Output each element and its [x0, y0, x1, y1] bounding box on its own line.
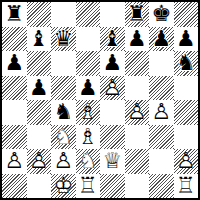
piece-black-knight-h6[interactable]: ♞	[174, 51, 199, 76]
piece-outline-glyph: ♘	[51, 125, 76, 150]
piece-solid-glyph: ♜	[2, 2, 27, 27]
square-h6[interactable]: ♞	[174, 51, 199, 76]
piece-solid-glyph: ♟	[27, 76, 52, 101]
piece-black-king-g8[interactable]: ♚	[149, 2, 174, 27]
square-e7[interactable]: ♝	[100, 27, 125, 52]
piece-solid-glyph: ♛	[51, 27, 76, 52]
square-f6[interactable]	[125, 51, 150, 76]
square-c1[interactable]: ♚♔	[51, 174, 76, 199]
piece-solid-glyph: ♚	[149, 2, 174, 27]
square-h7[interactable]: ♟	[174, 27, 199, 52]
square-c8[interactable]	[51, 2, 76, 27]
square-f2[interactable]	[125, 149, 150, 174]
square-g6[interactable]	[149, 51, 174, 76]
square-c2[interactable]: ♟♙	[51, 149, 76, 174]
square-c4[interactable]: ♞	[51, 100, 76, 125]
piece-black-pawn-a6[interactable]: ♟	[2, 51, 27, 76]
piece-outline-glyph: ♙	[2, 149, 27, 174]
piece-white-pawn-f4[interactable]: ♟♙	[125, 100, 150, 125]
piece-white-pawn-c2[interactable]: ♟♙	[51, 149, 76, 174]
square-f5[interactable]	[125, 76, 150, 101]
piece-outline-glyph: ♖	[76, 174, 101, 199]
piece-solid-glyph: ♟	[76, 76, 101, 101]
piece-outline-glyph: ♙	[100, 76, 125, 101]
piece-black-bishop-e7[interactable]: ♝	[100, 27, 125, 52]
piece-solid-glyph: ♟	[2, 51, 27, 76]
square-e8[interactable]	[100, 2, 125, 27]
square-d1[interactable]: ♜♖	[76, 174, 101, 199]
piece-black-bishop-b7[interactable]: ♝	[27, 27, 52, 52]
square-d7[interactable]	[76, 27, 101, 52]
square-h1[interactable]: ♜♖	[174, 174, 199, 199]
piece-outline-glyph: ♘	[76, 149, 101, 174]
square-e1[interactable]	[100, 174, 125, 199]
square-c3[interactable]: ♞♘	[51, 125, 76, 150]
square-e6[interactable]: ♟	[100, 51, 125, 76]
piece-outline-glyph: ♙	[27, 149, 52, 174]
piece-outline-glyph: ♙	[174, 149, 199, 174]
square-b5[interactable]: ♟	[27, 76, 52, 101]
square-d8[interactable]	[76, 2, 101, 27]
piece-black-pawn-b5[interactable]: ♟	[27, 76, 52, 101]
square-d5[interactable]: ♟	[76, 76, 101, 101]
square-g2[interactable]	[149, 149, 174, 174]
square-g5[interactable]	[149, 76, 174, 101]
square-a4[interactable]	[2, 100, 27, 125]
piece-black-queen-c7[interactable]: ♛	[51, 27, 76, 52]
piece-outline-glyph: ♙	[125, 100, 150, 125]
square-g7[interactable]: ♟	[149, 27, 174, 52]
piece-solid-glyph: ♟	[149, 27, 174, 52]
piece-outline-glyph: ♔	[51, 174, 76, 199]
square-g3[interactable]	[149, 125, 174, 150]
piece-black-rook-a8[interactable]: ♜	[2, 2, 27, 27]
piece-solid-glyph: ♟	[100, 51, 125, 76]
square-a2[interactable]: ♟♙	[2, 149, 27, 174]
square-f7[interactable]: ♟	[125, 27, 150, 52]
piece-black-rook-f8[interactable]: ♜	[125, 2, 150, 27]
piece-white-rook-d1[interactable]: ♜♖	[76, 174, 101, 199]
square-b3[interactable]	[27, 125, 52, 150]
piece-solid-glyph: ♟	[174, 27, 199, 52]
piece-solid-glyph: ♞	[174, 51, 199, 76]
square-h3[interactable]	[174, 125, 199, 150]
piece-white-queen-e2[interactable]: ♛♕	[100, 149, 125, 174]
square-h8[interactable]	[174, 2, 199, 27]
square-a5[interactable]	[2, 76, 27, 101]
square-d2[interactable]: ♞♘	[76, 149, 101, 174]
piece-outline-glyph: ♙	[149, 100, 174, 125]
square-c7[interactable]: ♛	[51, 27, 76, 52]
chessboard: ♜♜♚♝♛♝♟♟♟♟♟♞♟♟♟♙♞♝♗♟♙♟♙♞♘♝♗♟♙♟♙♟♙♞♘♛♕♟♙♚…	[0, 0, 200, 200]
piece-white-pawn-b2[interactable]: ♟♙	[27, 149, 52, 174]
square-f1[interactable]	[125, 174, 150, 199]
piece-white-rook-h1[interactable]: ♜♖	[174, 174, 199, 199]
piece-white-pawn-e5[interactable]: ♟♙	[100, 76, 125, 101]
square-d6[interactable]	[76, 51, 101, 76]
piece-outline-glyph: ♙	[51, 149, 76, 174]
square-f8[interactable]: ♜	[125, 2, 150, 27]
square-f3[interactable]	[125, 125, 150, 150]
square-a7[interactable]	[2, 27, 27, 52]
piece-black-knight-c4[interactable]: ♞	[51, 100, 76, 125]
piece-black-pawn-e6[interactable]: ♟	[100, 51, 125, 76]
piece-white-pawn-h2[interactable]: ♟♙	[174, 149, 199, 174]
square-b8[interactable]	[27, 2, 52, 27]
piece-white-bishop-d3[interactable]: ♝♗	[76, 125, 101, 150]
piece-black-pawn-g7[interactable]: ♟	[149, 27, 174, 52]
square-f4[interactable]: ♟♙	[125, 100, 150, 125]
piece-solid-glyph: ♝	[100, 27, 125, 52]
piece-solid-glyph: ♜	[125, 2, 150, 27]
piece-outline-glyph: ♖	[174, 174, 199, 199]
square-b1[interactable]	[27, 174, 52, 199]
piece-solid-glyph: ♞	[51, 100, 76, 125]
square-g8[interactable]: ♚	[149, 2, 174, 27]
piece-white-bishop-d4[interactable]: ♝♗	[76, 100, 101, 125]
square-e3[interactable]	[100, 125, 125, 150]
square-a3[interactable]	[2, 125, 27, 150]
piece-outline-glyph: ♗	[76, 100, 101, 125]
piece-black-pawn-h7[interactable]: ♟	[174, 27, 199, 52]
square-a1[interactable]	[2, 174, 27, 199]
square-h4[interactable]	[174, 100, 199, 125]
piece-white-pawn-g4[interactable]: ♟♙	[149, 100, 174, 125]
square-a8[interactable]: ♜	[2, 2, 27, 27]
piece-outline-glyph: ♗	[76, 125, 101, 150]
square-h5[interactable]	[174, 76, 199, 101]
piece-white-king-c1[interactable]: ♚♔	[51, 174, 76, 199]
square-c6[interactable]	[51, 51, 76, 76]
piece-white-knight-d2[interactable]: ♞♘	[76, 149, 101, 174]
piece-solid-glyph: ♟	[125, 27, 150, 52]
square-b2[interactable]: ♟♙	[27, 149, 52, 174]
square-b6[interactable]	[27, 51, 52, 76]
square-b4[interactable]	[27, 100, 52, 125]
square-g4[interactable]: ♟♙	[149, 100, 174, 125]
piece-white-knight-c3[interactable]: ♞♘	[51, 125, 76, 150]
square-d4[interactable]: ♝♗	[76, 100, 101, 125]
piece-black-pawn-f7[interactable]: ♟	[125, 27, 150, 52]
piece-black-pawn-d5[interactable]: ♟	[76, 76, 101, 101]
piece-solid-glyph: ♝	[27, 27, 52, 52]
square-d3[interactable]: ♝♗	[76, 125, 101, 150]
square-a6[interactable]: ♟	[2, 51, 27, 76]
square-c5[interactable]	[51, 76, 76, 101]
piece-outline-glyph: ♕	[100, 149, 125, 174]
square-g1[interactable]	[149, 174, 174, 199]
piece-white-pawn-a2[interactable]: ♟♙	[2, 149, 27, 174]
square-e4[interactable]	[100, 100, 125, 125]
square-e5[interactable]: ♟♙	[100, 76, 125, 101]
square-b7[interactable]: ♝	[27, 27, 52, 52]
square-h2[interactable]: ♟♙	[174, 149, 199, 174]
square-e2[interactable]: ♛♕	[100, 149, 125, 174]
